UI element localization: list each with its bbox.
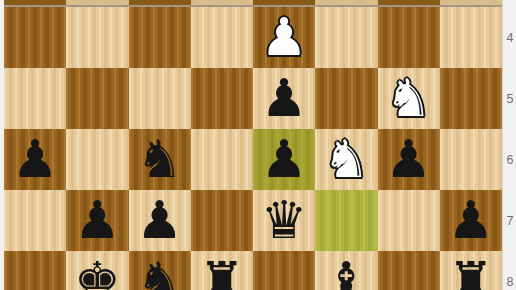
rank-coordinates-strip: 45678 [502,0,516,290]
square-d6[interactable]: ♟ [253,129,315,190]
square-a6[interactable] [440,129,502,190]
chessboard-screenshot: ♟♟♞♟♞♟♞♟♟♟♛♟♚♞♜♝♜ 45678 [0,0,516,290]
white-knight[interactable]: ♞ [378,68,440,129]
square-d4[interactable]: ♟ [253,7,315,68]
square-d8[interactable] [253,251,315,290]
black-pawn[interactable]: ♟ [4,129,66,190]
black-pawn[interactable]: ♟ [378,129,440,190]
square-h5[interactable] [4,68,66,129]
square-c5[interactable] [315,68,377,129]
rank-label-5: 5 [503,91,516,107]
square-c6[interactable]: ♞ [315,129,377,190]
square-a8[interactable]: ♜ [440,251,502,290]
square-b5[interactable]: ♞ [378,68,440,129]
square-f8[interactable]: ♞ [129,251,191,290]
black-pawn[interactable]: ♟ [253,68,315,129]
square-d7[interactable]: ♛ [253,190,315,251]
square-g4[interactable] [66,7,128,68]
square-e7[interactable] [191,190,253,251]
black-rook[interactable]: ♜ [440,251,502,290]
square-b7[interactable] [378,190,440,251]
black-king[interactable]: ♚ [66,251,128,290]
black-rook[interactable]: ♜ [191,251,253,290]
square-e4[interactable] [191,7,253,68]
square-g5[interactable] [66,68,128,129]
square-b4[interactable] [378,7,440,68]
square-h7[interactable] [4,190,66,251]
square-c4[interactable] [315,7,377,68]
square-h4[interactable] [4,7,66,68]
black-pawn[interactable]: ♟ [129,190,191,251]
square-c8[interactable]: ♝ [315,251,377,290]
square-f5[interactable] [129,68,191,129]
rank-label-6: 6 [503,152,516,168]
square-d5[interactable]: ♟ [253,68,315,129]
square-e8[interactable]: ♜ [191,251,253,290]
square-a4[interactable] [440,7,502,68]
square-e5[interactable] [191,68,253,129]
square-a7[interactable]: ♟ [440,190,502,251]
square-f4[interactable] [129,7,191,68]
black-queen[interactable]: ♛ [253,190,315,251]
white-knight[interactable]: ♞ [315,129,377,190]
square-b6[interactable]: ♟ [378,129,440,190]
black-knight[interactable]: ♞ [129,129,191,190]
square-e6[interactable] [191,129,253,190]
black-pawn[interactable]: ♟ [440,190,502,251]
black-knight[interactable]: ♞ [129,251,191,290]
white-pawn[interactable]: ♟ [253,7,315,68]
square-c7[interactable] [315,190,377,251]
black-pawn[interactable]: ♟ [66,190,128,251]
black-bishop[interactable]: ♝ [315,251,377,290]
board-grid: ♟♟♞♟♞♟♞♟♟♟♛♟♚♞♜♝♜ [4,7,502,290]
square-a5[interactable] [440,68,502,129]
rank-label-7: 7 [503,213,516,229]
square-b8[interactable] [378,251,440,290]
black-pawn[interactable]: ♟ [253,129,315,190]
chess-board: ♟♟♞♟♞♟♞♟♟♟♛♟♚♞♜♝♜ [4,0,502,290]
square-g8[interactable]: ♚ [66,251,128,290]
square-g7[interactable]: ♟ [66,190,128,251]
square-f6[interactable]: ♞ [129,129,191,190]
square-f7[interactable]: ♟ [129,190,191,251]
rank-label-4: 4 [503,30,516,46]
square-h8[interactable] [4,251,66,290]
rank-label-8: 8 [503,274,516,290]
square-g6[interactable] [66,129,128,190]
square-h6[interactable]: ♟ [4,129,66,190]
